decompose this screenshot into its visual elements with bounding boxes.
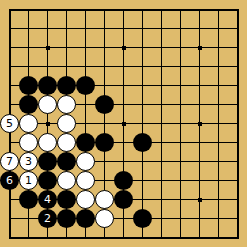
black-stone — [38, 152, 57, 171]
black-stone — [76, 133, 95, 152]
black-stone: 4 — [38, 190, 57, 209]
star-point — [46, 46, 50, 50]
white-stone: 3 — [19, 152, 38, 171]
black-stone — [38, 76, 57, 95]
black-stone — [57, 190, 76, 209]
grid-line-vertical — [237, 9, 238, 238]
white-stone — [57, 171, 76, 190]
black-stone: 6 — [0, 171, 19, 190]
move-number-2: 2 — [44, 213, 51, 224]
white-stone — [19, 133, 38, 152]
white-stone — [38, 133, 57, 152]
black-stone — [114, 190, 133, 209]
black-stone — [76, 76, 95, 95]
black-stone — [19, 95, 38, 114]
move-number-3: 3 — [25, 156, 32, 167]
black-stone — [95, 95, 114, 114]
white-stone — [76, 171, 95, 190]
star-point — [198, 46, 202, 50]
white-stone: 1 — [19, 171, 38, 190]
black-stone — [95, 133, 114, 152]
star-point — [198, 198, 202, 202]
grid-line-horizontal — [9, 237, 238, 238]
grid-line-vertical — [218, 9, 219, 238]
white-stone — [19, 114, 38, 133]
white-stone — [38, 95, 57, 114]
black-stone — [114, 171, 133, 190]
white-stone: 7 — [0, 152, 19, 171]
black-stone — [76, 209, 95, 228]
move-number-7: 7 — [6, 156, 13, 167]
white-stone — [95, 190, 114, 209]
white-stone — [95, 209, 114, 228]
black-stone — [38, 171, 57, 190]
move-number-1: 1 — [25, 175, 32, 186]
black-stone — [57, 76, 76, 95]
white-stone — [57, 114, 76, 133]
go-board[interactable]: 5736142 — [0, 0, 247, 247]
move-number-4: 4 — [44, 194, 51, 205]
star-point — [122, 122, 126, 126]
grid-line-vertical — [180, 9, 181, 238]
black-stone: 2 — [38, 209, 57, 228]
black-stone — [133, 209, 152, 228]
white-stone — [57, 133, 76, 152]
star-point — [198, 122, 202, 126]
grid-line-vertical — [161, 9, 162, 238]
black-stone — [133, 133, 152, 152]
black-stone — [57, 209, 76, 228]
white-stone — [76, 152, 95, 171]
black-stone — [19, 76, 38, 95]
star-point — [122, 46, 126, 50]
white-stone — [76, 190, 95, 209]
grid-line-vertical — [142, 9, 143, 238]
move-number-6: 6 — [6, 175, 13, 186]
move-number-5: 5 — [6, 118, 13, 129]
black-stone — [19, 190, 38, 209]
white-stone — [57, 95, 76, 114]
star-point — [46, 122, 50, 126]
white-stone: 5 — [0, 114, 19, 133]
black-stone — [57, 152, 76, 171]
